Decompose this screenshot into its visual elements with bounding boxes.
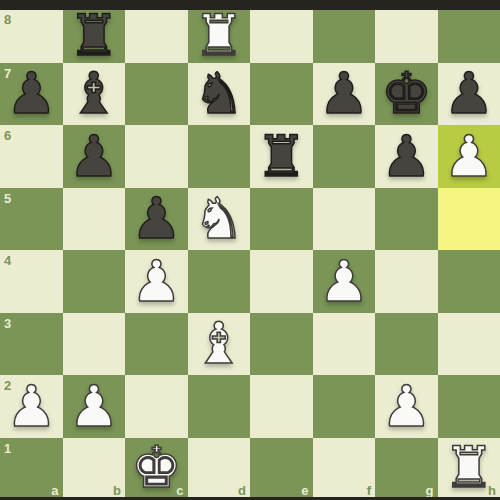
square-e3[interactable] (250, 313, 313, 376)
square-e7[interactable] (250, 63, 313, 126)
square-f1[interactable]: f (313, 438, 376, 500)
square-f5[interactable] (313, 188, 376, 251)
square-g7[interactable]: ♚ (375, 63, 438, 126)
square-h7[interactable]: ♟ (438, 63, 500, 126)
rank-label-5: 5 (4, 192, 11, 205)
square-e2[interactable] (250, 375, 313, 438)
square-d6[interactable] (188, 125, 251, 188)
square-a1[interactable]: 1a (0, 438, 63, 500)
square-d1[interactable]: d (188, 438, 251, 500)
square-f4[interactable]: ♟ (313, 250, 376, 313)
square-a7[interactable]: 7♟ (0, 63, 63, 126)
square-d4[interactable] (188, 250, 251, 313)
square-h4[interactable] (438, 250, 500, 313)
black-pawn-f7[interactable]: ♟ (313, 63, 376, 126)
white-pawn-g2[interactable]: ♟ (375, 375, 438, 438)
square-d2[interactable] (188, 375, 251, 438)
black-pawn-b6[interactable]: ♟ (63, 125, 126, 188)
square-b3[interactable] (63, 313, 126, 376)
file-label-d: d (238, 484, 246, 497)
square-a4[interactable]: 4 (0, 250, 63, 313)
white-rook-h1[interactable]: ♜ (438, 438, 500, 500)
square-h1[interactable]: h♜ (438, 438, 500, 500)
square-h2[interactable] (438, 375, 500, 438)
file-label-e: e (301, 484, 308, 497)
square-e1[interactable]: e (250, 438, 313, 500)
square-a2[interactable]: 2♟ (0, 375, 63, 438)
screenshot-root: 8♜♜7♟♝♞♟♚♟6♟♜♟♟5♟♞4♟♟3♝2♟♟♟1abc♚defgh♜ (0, 0, 500, 500)
square-c2[interactable] (125, 375, 188, 438)
square-a5[interactable]: 5 (0, 188, 63, 251)
black-rook-e6[interactable]: ♜ (250, 125, 313, 188)
square-e6[interactable]: ♜ (250, 125, 313, 188)
square-f6[interactable] (313, 125, 376, 188)
square-f2[interactable] (313, 375, 376, 438)
rank-label-6: 6 (4, 129, 11, 142)
square-b7[interactable]: ♝ (63, 63, 126, 126)
square-d7[interactable]: ♞ (188, 63, 251, 126)
black-king-g7[interactable]: ♚ (375, 63, 438, 126)
square-g3[interactable] (375, 313, 438, 376)
file-label-a: a (51, 484, 58, 497)
square-d3[interactable]: ♝ (188, 313, 251, 376)
square-c1[interactable]: c♚ (125, 438, 188, 500)
rank-label-4: 4 (4, 254, 11, 267)
white-pawn-f4[interactable]: ♟ (313, 250, 376, 313)
square-c4[interactable]: ♟ (125, 250, 188, 313)
rank-label-1: 1 (4, 442, 11, 455)
square-c6[interactable] (125, 125, 188, 188)
file-label-g: g (426, 484, 434, 497)
white-knight-d5[interactable]: ♞ (188, 188, 251, 251)
white-pawn-a2[interactable]: ♟ (0, 375, 63, 438)
square-a6[interactable]: 6 (0, 125, 63, 188)
square-f7[interactable]: ♟ (313, 63, 376, 126)
square-f3[interactable] (313, 313, 376, 376)
file-label-b: b (113, 484, 121, 497)
black-pawn-c5[interactable]: ♟ (125, 188, 188, 251)
square-e5[interactable] (250, 188, 313, 251)
rank-label-8: 8 (4, 13, 11, 26)
top-app-bar (0, 0, 500, 10)
white-pawn-c4[interactable]: ♟ (125, 250, 188, 313)
square-g6[interactable]: ♟ (375, 125, 438, 188)
square-h5[interactable] (438, 188, 500, 251)
square-d5[interactable]: ♞ (188, 188, 251, 251)
chess-board[interactable]: 8♜♜7♟♝♞♟♚♟6♟♜♟♟5♟♞4♟♟3♝2♟♟♟1abc♚defgh♜ (0, 0, 500, 500)
square-e4[interactable] (250, 250, 313, 313)
square-g1[interactable]: g (375, 438, 438, 500)
square-g4[interactable] (375, 250, 438, 313)
white-pawn-h6[interactable]: ♟ (438, 125, 500, 188)
file-label-f: f (367, 484, 371, 497)
square-c3[interactable] (125, 313, 188, 376)
white-bishop-d3[interactable]: ♝ (188, 313, 251, 376)
square-h6[interactable]: ♟ (438, 125, 500, 188)
black-knight-d7[interactable]: ♞ (188, 63, 251, 126)
black-pawn-h7[interactable]: ♟ (438, 63, 500, 126)
white-pawn-b2[interactable]: ♟ (63, 375, 126, 438)
square-c5[interactable]: ♟ (125, 188, 188, 251)
square-h3[interactable] (438, 313, 500, 376)
black-bishop-b7[interactable]: ♝ (63, 63, 126, 126)
square-g5[interactable] (375, 188, 438, 251)
square-b1[interactable]: b (63, 438, 126, 500)
square-b4[interactable] (63, 250, 126, 313)
square-a3[interactable]: 3 (0, 313, 63, 376)
square-b6[interactable]: ♟ (63, 125, 126, 188)
square-b2[interactable]: ♟ (63, 375, 126, 438)
black-pawn-g6[interactable]: ♟ (375, 125, 438, 188)
black-pawn-a7[interactable]: ♟ (0, 63, 63, 126)
square-g2[interactable]: ♟ (375, 375, 438, 438)
square-c7[interactable] (125, 63, 188, 126)
white-king-c1[interactable]: ♚ (125, 438, 188, 500)
rank-label-3: 3 (4, 317, 11, 330)
square-b5[interactable] (63, 188, 126, 251)
